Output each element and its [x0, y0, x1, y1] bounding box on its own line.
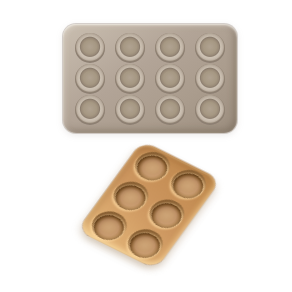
muffin-cup	[75, 95, 105, 125]
muffin-cup	[115, 64, 145, 94]
muffin-cup	[129, 147, 176, 186]
muffin-pan-6cup-cup-grid	[77, 141, 220, 269]
muffin-cup	[75, 64, 105, 94]
muffin-pan-12cup-cup-grid	[63, 24, 237, 133]
muffin-cup	[122, 224, 169, 263]
muffin-cup	[165, 165, 212, 204]
muffin-cup	[86, 206, 133, 245]
product-photo-background	[0, 0, 292, 292]
muffin-cup	[195, 95, 225, 125]
muffin-cup	[195, 33, 225, 63]
muffin-cup	[155, 33, 185, 63]
muffin-cup	[195, 64, 225, 94]
muffin-cup	[155, 64, 185, 94]
muffin-pan-6cup	[77, 141, 220, 269]
muffin-cup	[107, 176, 154, 215]
muffin-cup	[115, 33, 145, 63]
muffin-cup	[143, 194, 190, 233]
muffin-cup	[115, 95, 145, 125]
muffin-pan-12cup	[63, 24, 237, 133]
muffin-cup	[155, 95, 185, 125]
muffin-cup	[75, 33, 105, 63]
